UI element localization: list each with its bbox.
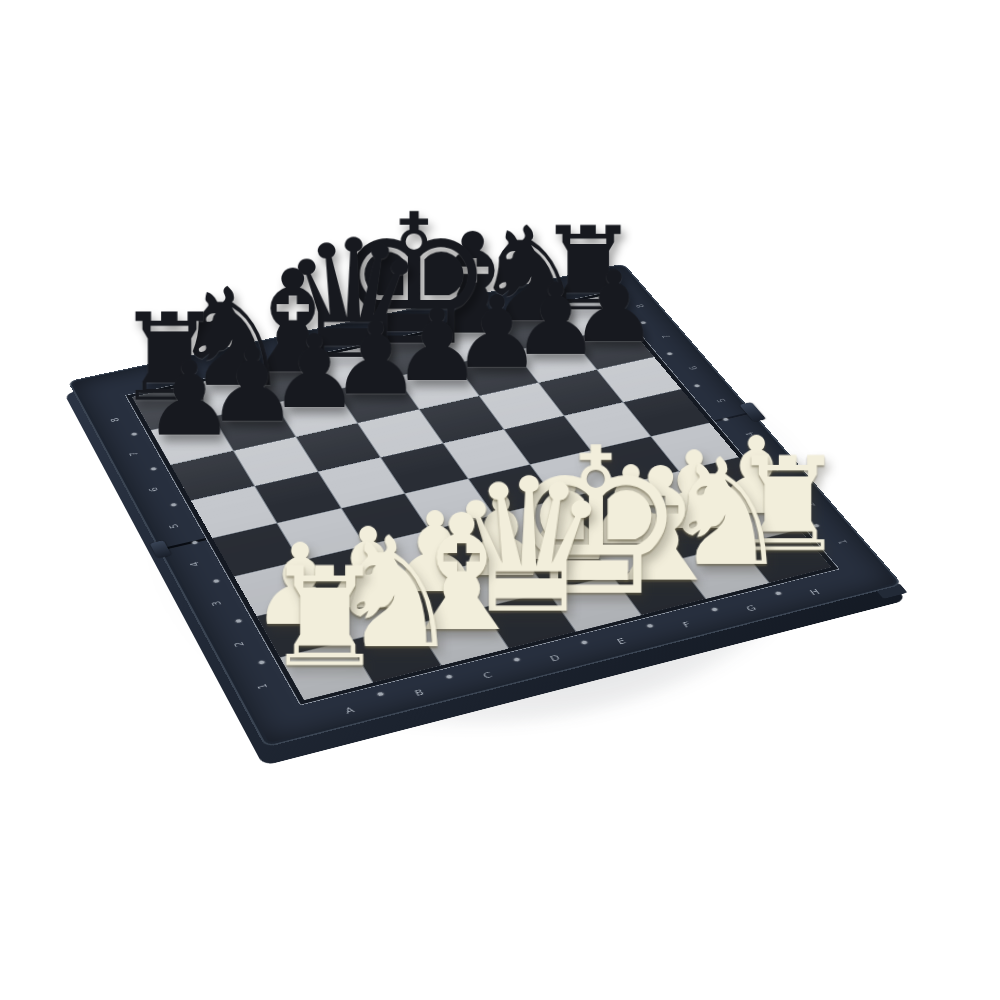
file-label-a: A bbox=[343, 705, 357, 716]
rivet-dot-bottom-6 bbox=[711, 607, 718, 611]
chess-set-photo: ♜♞♝♛♚♝♞♜♟♟♟♟♟♟♟♟♟♟♟♟♟♟♟♟♜♞♝♛♚♝♞♜ ABCDEFG… bbox=[0, 0, 1000, 1000]
rivet-dot-bottom-7 bbox=[775, 591, 782, 595]
file-label-g: G bbox=[744, 603, 759, 613]
board-frame: ♜♞♝♛♚♝♞♜♟♟♟♟♟♟♟♟♟♟♟♟♟♟♟♟♜♞♝♛♚♝♞♜ ABCDEFG… bbox=[68, 263, 903, 747]
piece-black-pawn-a7[interactable]: ♟ bbox=[143, 348, 235, 451]
rivet-dot-bottom-1 bbox=[377, 692, 384, 697]
rank-label-left-6: 6 bbox=[146, 486, 161, 493]
chess-board-3d: ♜♞♝♛♚♝♞♜♟♟♟♟♟♟♟♟♟♟♟♟♟♟♟♟♜♞♝♛♚♝♞♜ ABCDEFG… bbox=[68, 263, 903, 747]
rank-label-right-6: 6 bbox=[686, 364, 700, 370]
file-label-b: B bbox=[413, 687, 427, 698]
file-label-d: D bbox=[548, 653, 563, 664]
file-label-c: C bbox=[481, 670, 495, 681]
rivet-dot-right-3 bbox=[694, 384, 700, 387]
file-label-h: H bbox=[808, 587, 823, 597]
rivet-dot-left-2 bbox=[151, 467, 157, 471]
square-a7[interactable]: ♟ bbox=[151, 417, 233, 465]
file-label-e: E bbox=[615, 636, 629, 646]
square-a1[interactable]: ♜ bbox=[280, 641, 372, 700]
rank-label-left-4: 4 bbox=[187, 560, 202, 568]
rivet-dot-right-2 bbox=[667, 352, 673, 355]
rivet-dot-bottom-5 bbox=[646, 624, 653, 628]
rank-label-left-7: 7 bbox=[126, 450, 141, 457]
rivet-dot-bottom-3 bbox=[514, 657, 521, 661]
rank-label-right-7: 7 bbox=[659, 333, 673, 339]
rank-label-left-3: 3 bbox=[208, 599, 224, 607]
rivet-dot-left-1 bbox=[131, 432, 137, 436]
rank-label-left-5: 5 bbox=[166, 522, 181, 529]
rivet-dot-left-6 bbox=[235, 619, 242, 623]
rank-label-left-2: 2 bbox=[231, 640, 247, 648]
rivet-dot-left-3 bbox=[171, 503, 177, 507]
rivet-dot-bottom-4 bbox=[580, 640, 587, 644]
rivet-dot-bottom-2 bbox=[446, 674, 453, 678]
rivet-dot-left-5 bbox=[213, 579, 220, 583]
rank-label-right-5: 5 bbox=[713, 397, 728, 404]
piece-white-rook-a1[interactable]: ♜ bbox=[264, 549, 387, 686]
